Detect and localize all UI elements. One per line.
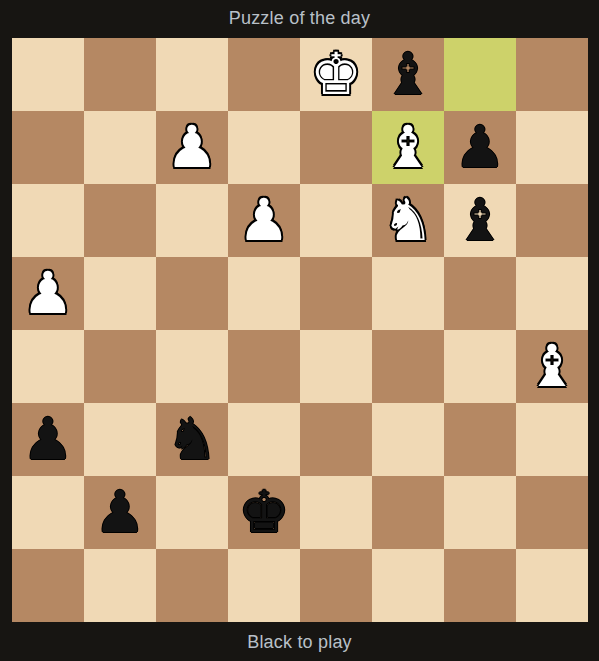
square-f8[interactable]: ♝	[372, 38, 444, 111]
square-b5[interactable]	[84, 257, 156, 330]
black-pawn-piece: ♟	[454, 111, 506, 184]
square-f5[interactable]	[372, 257, 444, 330]
white-pawn-piece: ♟	[22, 257, 74, 330]
white-king-piece: ♚	[310, 38, 362, 111]
square-b1[interactable]	[84, 549, 156, 622]
square-c4[interactable]	[156, 330, 228, 403]
square-e1[interactable]	[300, 549, 372, 622]
square-d3[interactable]	[228, 403, 300, 476]
square-c3[interactable]: ♞	[156, 403, 228, 476]
white-bishop-piece: ♝	[382, 111, 434, 184]
square-e7[interactable]	[300, 111, 372, 184]
square-c6[interactable]	[156, 184, 228, 257]
square-b4[interactable]	[84, 330, 156, 403]
square-d1[interactable]	[228, 549, 300, 622]
chess-board: ♚♝♟♝♟♟♞♝♟♝♟♞♟♚	[12, 38, 588, 622]
square-d5[interactable]	[228, 257, 300, 330]
page-title: Puzzle of the day	[0, 7, 599, 29]
square-h8[interactable]	[516, 38, 588, 111]
square-a7[interactable]	[12, 111, 84, 184]
square-b7[interactable]	[84, 111, 156, 184]
square-f2[interactable]	[372, 476, 444, 549]
square-d6[interactable]: ♟	[228, 184, 300, 257]
square-a5[interactable]: ♟	[12, 257, 84, 330]
square-g6[interactable]: ♝	[444, 184, 516, 257]
square-h1[interactable]	[516, 549, 588, 622]
square-f6[interactable]: ♞	[372, 184, 444, 257]
square-c1[interactable]	[156, 549, 228, 622]
white-pawn-piece: ♟	[166, 111, 218, 184]
square-h3[interactable]	[516, 403, 588, 476]
square-g3[interactable]	[444, 403, 516, 476]
black-knight-piece: ♞	[166, 403, 218, 476]
square-h4[interactable]: ♝	[516, 330, 588, 403]
white-pawn-piece: ♟	[238, 184, 290, 257]
square-c2[interactable]	[156, 476, 228, 549]
square-f3[interactable]	[372, 403, 444, 476]
square-g8[interactable]	[444, 38, 516, 111]
black-pawn-piece: ♟	[22, 403, 74, 476]
square-h5[interactable]	[516, 257, 588, 330]
square-e5[interactable]	[300, 257, 372, 330]
square-h7[interactable]	[516, 111, 588, 184]
square-d4[interactable]	[228, 330, 300, 403]
puzzle-app: Puzzle of the day ♚♝♟♝♟♟♞♝♟♝♟♞♟♚ Black t…	[0, 0, 599, 661]
square-e6[interactable]	[300, 184, 372, 257]
square-b2[interactable]: ♟	[84, 476, 156, 549]
square-e3[interactable]	[300, 403, 372, 476]
square-a3[interactable]: ♟	[12, 403, 84, 476]
square-f1[interactable]	[372, 549, 444, 622]
square-a6[interactable]	[12, 184, 84, 257]
white-knight-piece: ♞	[382, 184, 434, 257]
square-a2[interactable]	[12, 476, 84, 549]
square-b6[interactable]	[84, 184, 156, 257]
square-e4[interactable]	[300, 330, 372, 403]
square-b8[interactable]	[84, 38, 156, 111]
square-c7[interactable]: ♟	[156, 111, 228, 184]
square-g7[interactable]: ♟	[444, 111, 516, 184]
square-f4[interactable]	[372, 330, 444, 403]
square-b3[interactable]	[84, 403, 156, 476]
square-f7[interactable]: ♝	[372, 111, 444, 184]
square-g4[interactable]	[444, 330, 516, 403]
square-h6[interactable]	[516, 184, 588, 257]
square-c8[interactable]	[156, 38, 228, 111]
square-a8[interactable]	[12, 38, 84, 111]
black-king-piece: ♚	[238, 476, 290, 549]
square-g5[interactable]	[444, 257, 516, 330]
white-bishop-piece: ♝	[526, 330, 578, 403]
square-g1[interactable]	[444, 549, 516, 622]
square-a1[interactable]	[12, 549, 84, 622]
square-d7[interactable]	[228, 111, 300, 184]
black-bishop-piece: ♝	[382, 38, 434, 111]
square-e2[interactable]	[300, 476, 372, 549]
status-text: Black to play	[0, 631, 599, 653]
black-pawn-piece: ♟	[94, 476, 146, 549]
black-bishop-piece: ♝	[454, 184, 506, 257]
square-g2[interactable]	[444, 476, 516, 549]
square-h2[interactable]	[516, 476, 588, 549]
square-d2[interactable]: ♚	[228, 476, 300, 549]
square-c5[interactable]	[156, 257, 228, 330]
square-e8[interactable]: ♚	[300, 38, 372, 111]
square-a4[interactable]	[12, 330, 84, 403]
square-d8[interactable]	[228, 38, 300, 111]
